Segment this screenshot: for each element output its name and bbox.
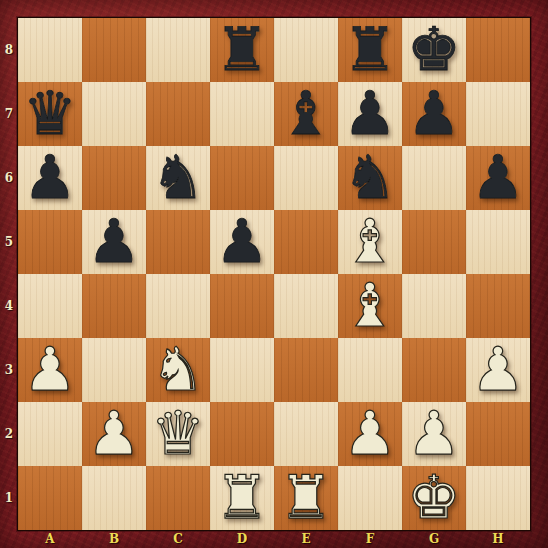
square-a4[interactable]: [18, 274, 82, 338]
white-king-g1: [402, 466, 466, 530]
file-label-f: F: [338, 530, 402, 548]
square-a8[interactable]: [18, 18, 82, 82]
white-knight-c3: [146, 338, 210, 402]
square-a1[interactable]: [18, 466, 82, 530]
square-c2[interactable]: [146, 402, 210, 466]
file-label-d: D: [210, 530, 274, 548]
square-g2[interactable]: [402, 402, 466, 466]
square-d8[interactable]: [210, 18, 274, 82]
white-rook-d1: [210, 466, 274, 530]
square-e1[interactable]: [274, 466, 338, 530]
black-rook-f8: [338, 18, 402, 82]
white-rook-e1: [274, 466, 338, 530]
square-b7[interactable]: [82, 82, 146, 146]
black-pawn-f7: [338, 82, 402, 146]
square-c5[interactable]: [146, 210, 210, 274]
square-e5[interactable]: [274, 210, 338, 274]
chess-diagram: 87654321 ABCDEFGH: [0, 0, 548, 548]
black-pawn-h6: [466, 146, 530, 210]
chessboard: [18, 18, 530, 530]
square-f4[interactable]: [338, 274, 402, 338]
rank-label-7: 7: [0, 82, 18, 146]
square-c1[interactable]: [146, 466, 210, 530]
black-knight-f6: [338, 146, 402, 210]
white-queen-c2: [146, 402, 210, 466]
black-rook-d8: [210, 18, 274, 82]
file-label-b: B: [82, 530, 146, 548]
square-f6[interactable]: [338, 146, 402, 210]
square-g3[interactable]: [402, 338, 466, 402]
square-b5[interactable]: [82, 210, 146, 274]
rank-labels: 87654321: [0, 18, 18, 530]
square-c8[interactable]: [146, 18, 210, 82]
square-h2[interactable]: [466, 402, 530, 466]
square-g6[interactable]: [402, 146, 466, 210]
black-pawn-d5: [210, 210, 274, 274]
square-f7[interactable]: [338, 82, 402, 146]
square-d4[interactable]: [210, 274, 274, 338]
black-king-g8: [402, 18, 466, 82]
square-h3[interactable]: [466, 338, 530, 402]
square-g4[interactable]: [402, 274, 466, 338]
square-a5[interactable]: [18, 210, 82, 274]
square-c4[interactable]: [146, 274, 210, 338]
square-e2[interactable]: [274, 402, 338, 466]
file-label-g: G: [402, 530, 466, 548]
square-e4[interactable]: [274, 274, 338, 338]
square-b1[interactable]: [82, 466, 146, 530]
square-e6[interactable]: [274, 146, 338, 210]
black-pawn-b5: [82, 210, 146, 274]
square-h5[interactable]: [466, 210, 530, 274]
square-b8[interactable]: [82, 18, 146, 82]
white-bishop-f4: [338, 274, 402, 338]
square-h1[interactable]: [466, 466, 530, 530]
square-d1[interactable]: [210, 466, 274, 530]
black-queen-a7: [18, 82, 82, 146]
square-c7[interactable]: [146, 82, 210, 146]
black-knight-c6: [146, 146, 210, 210]
square-g1[interactable]: [402, 466, 466, 530]
file-label-h: H: [466, 530, 530, 548]
square-c6[interactable]: [146, 146, 210, 210]
square-c3[interactable]: [146, 338, 210, 402]
square-a3[interactable]: [18, 338, 82, 402]
black-pawn-g7: [402, 82, 466, 146]
file-label-a: A: [18, 530, 82, 548]
rank-label-4: 4: [0, 274, 18, 338]
square-a2[interactable]: [18, 402, 82, 466]
square-d5[interactable]: [210, 210, 274, 274]
black-pawn-a6: [18, 146, 82, 210]
square-f5[interactable]: [338, 210, 402, 274]
square-f1[interactable]: [338, 466, 402, 530]
white-pawn-f2: [338, 402, 402, 466]
square-d3[interactable]: [210, 338, 274, 402]
square-d2[interactable]: [210, 402, 274, 466]
square-e7[interactable]: [274, 82, 338, 146]
square-d6[interactable]: [210, 146, 274, 210]
rank-label-3: 3: [0, 338, 18, 402]
square-e3[interactable]: [274, 338, 338, 402]
white-pawn-b2: [82, 402, 146, 466]
rank-label-6: 6: [0, 146, 18, 210]
square-h4[interactable]: [466, 274, 530, 338]
file-labels: ABCDEFGH: [18, 530, 530, 548]
square-h8[interactable]: [466, 18, 530, 82]
square-a7[interactable]: [18, 82, 82, 146]
square-f2[interactable]: [338, 402, 402, 466]
file-label-e: E: [274, 530, 338, 548]
rank-label-1: 1: [0, 466, 18, 530]
black-bishop-e7: [274, 82, 338, 146]
square-b2[interactable]: [82, 402, 146, 466]
square-a6[interactable]: [18, 146, 82, 210]
square-b4[interactable]: [82, 274, 146, 338]
square-b6[interactable]: [82, 146, 146, 210]
square-d7[interactable]: [210, 82, 274, 146]
file-label-c: C: [146, 530, 210, 548]
square-f3[interactable]: [338, 338, 402, 402]
white-pawn-h3: [466, 338, 530, 402]
square-f8[interactable]: [338, 18, 402, 82]
square-g8[interactable]: [402, 18, 466, 82]
rank-label-5: 5: [0, 210, 18, 274]
square-g7[interactable]: [402, 82, 466, 146]
square-h6[interactable]: [466, 146, 530, 210]
white-pawn-a3: [18, 338, 82, 402]
white-pawn-g2: [402, 402, 466, 466]
square-e8[interactable]: [274, 18, 338, 82]
square-b3[interactable]: [82, 338, 146, 402]
rank-label-8: 8: [0, 18, 18, 82]
square-g5[interactable]: [402, 210, 466, 274]
white-bishop-f5: [338, 210, 402, 274]
rank-label-2: 2: [0, 402, 18, 466]
square-h7[interactable]: [466, 82, 530, 146]
